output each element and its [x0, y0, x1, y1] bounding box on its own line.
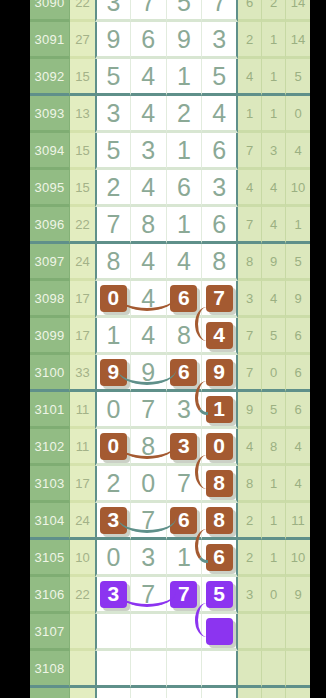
stat-value: 6 — [286, 318, 310, 355]
stat-value: 1 — [262, 59, 286, 96]
sum-value: 24 — [70, 244, 95, 281]
stat-value: 10 — [286, 540, 310, 577]
stat-value — [238, 688, 262, 698]
highlight-tile: 0 — [206, 433, 233, 460]
digit-cell: 7 — [95, 207, 131, 244]
draw-row[interactable]: 3108 — [30, 651, 310, 688]
sum-value: 17 — [70, 318, 95, 355]
stat-value: 14 — [286, 0, 310, 22]
sum-value: 13 — [70, 96, 95, 133]
sum-value: 22 — [70, 577, 95, 614]
draw-number: 3090 — [30, 0, 70, 22]
digit-cell: 1 — [95, 318, 131, 355]
draw-row[interactable]: 30951524634410 — [30, 170, 310, 207]
draw-number: 3100 — [30, 355, 70, 392]
stat-value — [286, 688, 310, 698]
digit-cell — [131, 614, 167, 651]
digit-cell: 2 — [95, 466, 131, 503]
sum-value: 11 — [70, 392, 95, 429]
stat-value: 6 — [238, 0, 262, 22]
stat-value — [286, 651, 310, 688]
draw-row[interactable]: 3094155316734 — [30, 133, 310, 170]
draw-row[interactable]: 30902237576214 — [30, 0, 310, 22]
stat-value: 7 — [238, 133, 262, 170]
stat-value — [238, 651, 262, 688]
sum-value: 22 — [70, 0, 95, 22]
digit-cell: 6 — [167, 170, 203, 207]
draw-number: 3104 — [30, 503, 70, 540]
stat-value: 1 — [262, 96, 286, 133]
stat-value: 9 — [286, 577, 310, 614]
stat-value: 3 — [238, 577, 262, 614]
digit-cell: 4 — [131, 96, 167, 133]
draw-row[interactable]: 31042437682111 — [30, 503, 310, 540]
highlight-tile: 8 — [206, 507, 233, 534]
draw-row[interactable]: 3106223775309 — [30, 577, 310, 614]
draw-row[interactable]: 3093133424110 — [30, 96, 310, 133]
stat-value: 3 — [238, 281, 262, 318]
digit-cell: 3 — [95, 96, 131, 133]
stat-value: 9 — [286, 281, 310, 318]
draw-row[interactable]: 3099171484756 — [30, 318, 310, 355]
stat-value: 5 — [262, 392, 286, 429]
draw-number: 3091 — [30, 22, 70, 59]
draw-row[interactable]: 3101110731956 — [30, 392, 310, 429]
sum-value: 15 — [70, 170, 95, 207]
stat-value: 4 — [262, 281, 286, 318]
stat-value: 0 — [262, 577, 286, 614]
sum-value: 10 — [70, 540, 95, 577]
digit-cell: 5 — [167, 0, 203, 22]
stat-value: 8 — [238, 466, 262, 503]
draw-number: 3092 — [30, 59, 70, 96]
draw-number: 3095 — [30, 170, 70, 207]
stat-value: 1 — [286, 207, 310, 244]
stat-value: 0 — [262, 355, 286, 392]
draw-history-table: 3090223757621430912796932114309215541541… — [30, 0, 310, 698]
draw-row[interactable]: 3097248448895 — [30, 244, 310, 281]
digit-cell: 9 — [167, 22, 203, 59]
stat-value: 9 — [238, 392, 262, 429]
stat-value: 8 — [262, 429, 286, 466]
draw-row[interactable]: 3098170467349 — [30, 281, 310, 318]
draw-number: 3097 — [30, 244, 70, 281]
digit-cell: 4 — [131, 59, 167, 96]
draw-row[interactable]: 30912796932114 — [30, 22, 310, 59]
sum-value: 17 — [70, 281, 95, 318]
highlight-tile: 1 — [206, 396, 233, 423]
stat-value: 4 — [286, 466, 310, 503]
digit-cell: 2 — [167, 96, 203, 133]
draw-row[interactable]: 3092155415415 — [30, 59, 310, 96]
stat-value: 5 — [262, 318, 286, 355]
highlight-tile — [206, 618, 233, 645]
highlight-tile: 7 — [206, 285, 233, 312]
draw-number: 3094 — [30, 133, 70, 170]
stat-value — [238, 614, 262, 651]
draw-number: 3099 — [30, 318, 70, 355]
digit-cell — [131, 651, 167, 688]
digit-cell: 0 — [131, 466, 167, 503]
sum-value: 22 — [70, 207, 95, 244]
digit-cell — [95, 614, 131, 651]
digit-cell: 1 — [167, 207, 203, 244]
digit-cell: 6 — [131, 22, 167, 59]
stat-value: 6 — [286, 355, 310, 392]
digit-cell: 3 — [131, 540, 167, 577]
digit-cell: 6 — [202, 207, 238, 244]
draw-number: 3108 — [30, 651, 70, 688]
stat-value: 8 — [238, 244, 262, 281]
stat-value — [262, 688, 286, 698]
stat-value — [262, 651, 286, 688]
draw-number: 3102 — [30, 429, 70, 466]
digit-cell: 6 — [202, 133, 238, 170]
digit-cell: 7 — [131, 0, 167, 22]
digit-cell: 4 — [131, 318, 167, 355]
digit-cell: 8 — [95, 244, 131, 281]
stat-value: 11 — [286, 503, 310, 540]
digit-cell — [202, 651, 238, 688]
draw-number: 3105 — [30, 540, 70, 577]
digit-cell: 0 — [95, 392, 131, 429]
digit-cell: 7 — [131, 392, 167, 429]
highlight-tile: 8 — [206, 470, 233, 497]
digit-cell: 7 — [202, 0, 238, 22]
app-screen: 3090223757621430912796932114309215541541… — [0, 0, 326, 698]
stat-value: 14 — [286, 22, 310, 59]
stat-value: 4 — [262, 170, 286, 207]
stat-value: 9 — [262, 244, 286, 281]
stat-value: 1 — [262, 22, 286, 59]
sum-value: 17 — [70, 466, 95, 503]
digit-cell: 4 — [202, 96, 238, 133]
stat-value: 2 — [262, 0, 286, 22]
digit-cell — [95, 651, 131, 688]
draw-number: 3093 — [30, 96, 70, 133]
stat-value: 10 — [286, 170, 310, 207]
stat-value: 5 — [286, 59, 310, 96]
digit-cell: 3 — [95, 0, 131, 22]
draw-row[interactable]: 3107 — [30, 614, 310, 651]
digit-cell: 3 — [202, 22, 238, 59]
highlight-tile: 9 — [206, 359, 233, 386]
stat-value — [286, 614, 310, 651]
digit-cell: 2 — [95, 170, 131, 207]
stat-value: 7 — [238, 355, 262, 392]
highlight-tile: 5 — [206, 581, 233, 608]
sum-value — [70, 688, 95, 698]
stat-value: 4 — [262, 207, 286, 244]
highlight-tile: 4 — [206, 322, 233, 349]
sum-value: 15 — [70, 59, 95, 96]
stat-value: 2 — [238, 540, 262, 577]
draw-row[interactable]: 3100339969706 — [30, 355, 310, 392]
stat-value: 7 — [238, 318, 262, 355]
stat-value: 1 — [262, 466, 286, 503]
digit-cell — [167, 651, 203, 688]
digit-cell: 5 — [95, 59, 131, 96]
stat-value: 5 — [286, 244, 310, 281]
draw-row[interactable]: 31051003162110 — [30, 540, 310, 577]
stat-value — [262, 614, 286, 651]
digit-cell — [202, 688, 238, 698]
draw-number — [30, 688, 70, 698]
sum-value: 11 — [70, 429, 95, 466]
digit-cell: 4 — [131, 170, 167, 207]
digit-cell — [95, 688, 131, 698]
stat-value: 4 — [286, 429, 310, 466]
digit-cell: 0 — [95, 540, 131, 577]
highlight-tile: 6 — [206, 544, 233, 571]
stat-value: 0 — [286, 96, 310, 133]
stat-value: 1 — [262, 503, 286, 540]
draw-number: 3098 — [30, 281, 70, 318]
stat-value: 4 — [238, 429, 262, 466]
draw-row[interactable]: 3102110830484 — [30, 429, 310, 466]
digit-cell: 9 — [95, 22, 131, 59]
draw-row[interactable]: 3096227816741 — [30, 207, 310, 244]
draw-number: 3096 — [30, 207, 70, 244]
draw-row[interactable] — [30, 688, 310, 698]
digit-cell: 3 — [202, 170, 238, 207]
stat-value: 4 — [238, 59, 262, 96]
sum-value: 24 — [70, 503, 95, 540]
digit-cell: 5 — [95, 133, 131, 170]
stat-value: 2 — [238, 22, 262, 59]
digit-cell: 1 — [167, 133, 203, 170]
digit-cell: 4 — [167, 244, 203, 281]
stat-value: 1 — [238, 96, 262, 133]
stat-value: 3 — [262, 133, 286, 170]
sum-value: 27 — [70, 22, 95, 59]
stat-value: 1 — [262, 540, 286, 577]
draw-number: 3101 — [30, 392, 70, 429]
digit-cell — [131, 688, 167, 698]
sum-value — [70, 614, 95, 651]
sum-value — [70, 651, 95, 688]
sum-value: 15 — [70, 133, 95, 170]
draw-number: 3106 — [30, 577, 70, 614]
stat-value: 6 — [286, 392, 310, 429]
digit-cell: 1 — [167, 59, 203, 96]
sum-value: 33 — [70, 355, 95, 392]
digit-cell: 3 — [131, 133, 167, 170]
digit-cell: 4 — [131, 244, 167, 281]
draw-number: 3107 — [30, 614, 70, 651]
stat-value: 7 — [238, 207, 262, 244]
digit-cell: 8 — [202, 244, 238, 281]
digit-cell: 8 — [131, 207, 167, 244]
digit-cell: 5 — [202, 59, 238, 96]
stat-value: 4 — [238, 170, 262, 207]
digit-cell — [167, 688, 203, 698]
stat-value: 4 — [286, 133, 310, 170]
stat-value: 2 — [238, 503, 262, 540]
draw-number: 3103 — [30, 466, 70, 503]
draw-row[interactable]: 3103172078814 — [30, 466, 310, 503]
